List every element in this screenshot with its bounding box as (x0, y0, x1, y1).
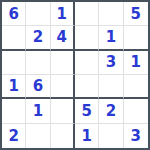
sudoku-cell-given[interactable]: 1 (124, 51, 148, 75)
sudoku-cell-given[interactable]: 1 (75, 124, 99, 148)
sudoku-cell-empty[interactable] (26, 124, 50, 148)
sudoku-cell-given[interactable]: 2 (99, 99, 123, 123)
sudoku-cell-given[interactable]: 1 (2, 75, 26, 99)
sudoku-cell-given[interactable]: 2 (2, 124, 26, 148)
sudoku-cell-empty[interactable] (124, 99, 148, 123)
sudoku-cell-given[interactable]: 1 (51, 2, 75, 26)
sudoku-cell-empty[interactable] (2, 99, 26, 123)
sudoku-cell-empty[interactable] (124, 26, 148, 50)
sudoku-cell-empty[interactable] (75, 26, 99, 50)
sudoku-cell-given[interactable]: 2 (26, 26, 50, 50)
sudoku-cell-given[interactable]: 6 (26, 75, 50, 99)
sudoku-cell-given[interactable]: 1 (99, 26, 123, 50)
sudoku-cell-empty[interactable] (26, 51, 50, 75)
sudoku-cell-empty[interactable] (99, 124, 123, 148)
sudoku-cell-given[interactable]: 6 (2, 2, 26, 26)
sudoku-cell-empty[interactable] (75, 2, 99, 26)
sudoku-cell-empty[interactable] (75, 75, 99, 99)
sudoku-cell-empty[interactable] (51, 75, 75, 99)
sudoku-cell-empty[interactable] (2, 51, 26, 75)
sudoku-cell-empty[interactable] (51, 124, 75, 148)
sudoku-cell-given[interactable]: 3 (99, 51, 123, 75)
sudoku-cell-empty[interactable] (99, 75, 123, 99)
sudoku-cell-empty[interactable] (51, 99, 75, 123)
sudoku-cell-empty[interactable] (75, 51, 99, 75)
sudoku-cell-empty[interactable] (124, 75, 148, 99)
sudoku-board: 6152413116152213 (0, 0, 150, 150)
sudoku-cell-empty[interactable] (26, 2, 50, 26)
sudoku-cell-empty[interactable] (99, 2, 123, 26)
sudoku-cell-given[interactable]: 5 (124, 2, 148, 26)
sudoku-cell-given[interactable]: 1 (26, 99, 50, 123)
sudoku-cell-empty[interactable] (51, 51, 75, 75)
sudoku-cell-empty[interactable] (2, 26, 26, 50)
sudoku-cell-given[interactable]: 4 (51, 26, 75, 50)
sudoku-cell-given[interactable]: 3 (124, 124, 148, 148)
sudoku-cell-given[interactable]: 5 (75, 99, 99, 123)
